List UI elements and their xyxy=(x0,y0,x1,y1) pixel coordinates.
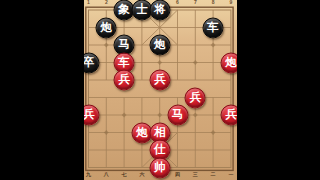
piece-glyph: 炮 xyxy=(136,123,148,142)
piece-glyph: 炮 xyxy=(225,53,237,72)
piece-glyph: 车 xyxy=(207,18,219,37)
piece-glyph: 炮 xyxy=(154,35,166,54)
red-soldier-piece[interactable]: 兵 xyxy=(220,105,237,126)
piece-glyph: 士 xyxy=(136,0,148,19)
letterbox-right xyxy=(237,0,320,180)
file-label-top: 8 xyxy=(212,0,215,5)
piece-glyph: 兵 xyxy=(154,70,166,89)
file-label-bottom: 六 xyxy=(139,172,144,177)
piece-glyph: 将 xyxy=(154,0,166,19)
black-general-piece[interactable]: 将 xyxy=(149,0,170,21)
red-horse-piece[interactable]: 马 xyxy=(167,105,188,126)
app-canvas: 123456789 九八七六五四三二一 象士将炮车马炮卒车炮兵兵兵兵马兵炮相仕帅 xyxy=(0,0,320,180)
piece-glyph: 帅 xyxy=(154,158,166,177)
file-label-bottom: 七 xyxy=(122,172,127,177)
piece-glyph: 兵 xyxy=(225,105,237,124)
letterbox-left xyxy=(0,0,84,180)
piece-glyph: 兵 xyxy=(190,88,202,107)
piece-glyph: 兵 xyxy=(118,70,130,89)
file-label-bottom: 八 xyxy=(104,172,109,177)
piece-glyph: 象 xyxy=(118,0,130,19)
red-general-piece[interactable]: 帅 xyxy=(149,157,170,178)
piece-glyph: 卒 xyxy=(84,53,94,72)
file-label-top: 1 xyxy=(87,0,90,5)
black-chariot-piece[interactable]: 车 xyxy=(203,17,224,38)
file-label-bottom: 四 xyxy=(175,172,180,177)
file-label-bottom: 二 xyxy=(211,172,216,177)
red-soldier-piece[interactable]: 兵 xyxy=(114,70,135,91)
red-soldier-piece[interactable]: 兵 xyxy=(185,87,206,108)
piece-glyph: 马 xyxy=(172,105,184,124)
file-label-bottom: 一 xyxy=(228,172,233,177)
file-label-bottom: 九 xyxy=(86,172,91,177)
piece-glyph: 兵 xyxy=(84,105,94,124)
red-cannon-piece[interactable]: 炮 xyxy=(220,52,237,73)
file-label-bottom: 三 xyxy=(193,172,198,177)
file-label-top: 9 xyxy=(230,0,233,5)
file-label-top: 2 xyxy=(105,0,108,5)
xiangqi-board[interactable]: 123456789 九八七六五四三二一 象士将炮车马炮卒车炮兵兵兵兵马兵炮相仕帅 xyxy=(84,0,237,180)
piece-glyph: 炮 xyxy=(101,18,113,37)
file-label-top: 6 xyxy=(176,0,179,5)
red-soldier-piece[interactable]: 兵 xyxy=(149,70,170,91)
file-label-top: 7 xyxy=(194,0,197,5)
black-cannon-piece[interactable]: 炮 xyxy=(96,17,117,38)
black-cannon-piece[interactable]: 炮 xyxy=(149,35,170,56)
